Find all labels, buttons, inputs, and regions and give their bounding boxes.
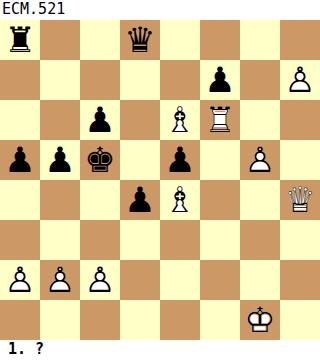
square-b3[interactable]	[40, 220, 80, 260]
square-e8[interactable]	[160, 20, 200, 60]
piece-white-rook: ♖	[200, 100, 240, 140]
square-b2[interactable]: ♟♙	[40, 260, 80, 300]
square-b1[interactable]	[40, 300, 80, 340]
square-c2[interactable]: ♟♙	[80, 260, 120, 300]
square-g3[interactable]	[240, 220, 280, 260]
square-f2[interactable]	[200, 260, 240, 300]
piece-white-bishop: ♗	[160, 180, 200, 220]
square-h3[interactable]	[280, 220, 320, 260]
square-h5[interactable]	[280, 140, 320, 180]
square-f3[interactable]	[200, 220, 240, 260]
square-g2[interactable]	[240, 260, 280, 300]
square-d7[interactable]	[120, 60, 160, 100]
square-g5[interactable]: ♟♙	[240, 140, 280, 180]
square-a7[interactable]	[0, 60, 40, 100]
square-c3[interactable]	[80, 220, 120, 260]
square-d2[interactable]	[120, 260, 160, 300]
square-e2[interactable]	[160, 260, 200, 300]
square-h7[interactable]: ♟♙	[280, 60, 320, 100]
piece-black-queen: ♛	[120, 20, 160, 60]
square-b8[interactable]	[40, 20, 80, 60]
square-a2[interactable]: ♟♙	[0, 260, 40, 300]
square-b5[interactable]: ♟	[40, 140, 80, 180]
puzzle-title: ECM.521	[0, 0, 320, 20]
square-h1[interactable]	[280, 300, 320, 340]
square-a3[interactable]	[0, 220, 40, 260]
piece-black-rook: ♜	[0, 20, 40, 60]
chess-board: ♜♛♟♟♙♟♝♗♜♖♟♟♚♟♟♙♟♝♗♛♕♟♙♟♙♟♙♚♔	[0, 20, 320, 340]
piece-black-pawn: ♟	[200, 60, 240, 100]
square-a5[interactable]: ♟	[0, 140, 40, 180]
piece-white-pawn: ♙	[40, 260, 80, 300]
square-g6[interactable]	[240, 100, 280, 140]
square-h6[interactable]	[280, 100, 320, 140]
square-g1[interactable]: ♚♔	[240, 300, 280, 340]
piece-white-pawn: ♙	[240, 140, 280, 180]
piece-black-pawn: ♟	[80, 100, 120, 140]
square-c6[interactable]: ♟	[80, 100, 120, 140]
square-d8[interactable]: ♛	[120, 20, 160, 60]
square-f1[interactable]	[200, 300, 240, 340]
square-a1[interactable]	[0, 300, 40, 340]
move-prompt: 1. ?	[0, 340, 320, 360]
square-b4[interactable]	[40, 180, 80, 220]
square-f6[interactable]: ♜♖	[200, 100, 240, 140]
piece-white-queen: ♕	[280, 180, 320, 220]
square-f7[interactable]: ♟	[200, 60, 240, 100]
square-c4[interactable]	[80, 180, 120, 220]
piece-white-pawn: ♙	[280, 60, 320, 100]
square-b7[interactable]	[40, 60, 80, 100]
square-h2[interactable]	[280, 260, 320, 300]
square-e1[interactable]	[160, 300, 200, 340]
square-d6[interactable]	[120, 100, 160, 140]
square-g8[interactable]	[240, 20, 280, 60]
square-a4[interactable]	[0, 180, 40, 220]
piece-white-pawn: ♙	[80, 260, 120, 300]
square-e5[interactable]: ♟	[160, 140, 200, 180]
square-c5[interactable]: ♚	[80, 140, 120, 180]
square-a6[interactable]	[0, 100, 40, 140]
chess-diagram: ECM.521 ♜♛♟♟♙♟♝♗♜♖♟♟♚♟♟♙♟♝♗♛♕♟♙♟♙♟♙♚♔ 1.…	[0, 0, 320, 360]
square-h4[interactable]: ♛♕	[280, 180, 320, 220]
square-c1[interactable]	[80, 300, 120, 340]
square-d3[interactable]	[120, 220, 160, 260]
square-f5[interactable]	[200, 140, 240, 180]
square-h8[interactable]	[280, 20, 320, 60]
square-f4[interactable]	[200, 180, 240, 220]
square-d1[interactable]	[120, 300, 160, 340]
square-e3[interactable]	[160, 220, 200, 260]
square-b6[interactable]	[40, 100, 80, 140]
piece-black-pawn: ♟	[160, 140, 200, 180]
square-e6[interactable]: ♝♗	[160, 100, 200, 140]
piece-white-king: ♔	[240, 300, 280, 340]
piece-black-pawn: ♟	[40, 140, 80, 180]
square-d5[interactable]	[120, 140, 160, 180]
square-e4[interactable]: ♝♗	[160, 180, 200, 220]
square-g7[interactable]	[240, 60, 280, 100]
piece-white-bishop: ♗	[160, 100, 200, 140]
square-d4[interactable]: ♟	[120, 180, 160, 220]
square-e7[interactable]	[160, 60, 200, 100]
square-c7[interactable]	[80, 60, 120, 100]
square-f8[interactable]	[200, 20, 240, 60]
square-g4[interactable]	[240, 180, 280, 220]
piece-white-pawn: ♙	[0, 260, 40, 300]
square-c8[interactable]	[80, 20, 120, 60]
piece-black-king: ♚	[80, 140, 120, 180]
piece-black-pawn: ♟	[120, 180, 160, 220]
square-a8[interactable]: ♜	[0, 20, 40, 60]
piece-black-pawn: ♟	[0, 140, 40, 180]
